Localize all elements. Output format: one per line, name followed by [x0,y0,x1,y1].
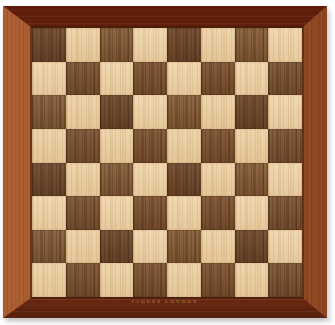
square-f7 [201,62,235,96]
square-h5 [268,129,302,163]
square-b1 [66,263,100,297]
square-h1 [268,263,302,297]
square-h3 [268,196,302,230]
square-c3 [100,196,134,230]
square-d6 [133,95,167,129]
square-c7 [100,62,134,96]
square-a4 [32,163,66,197]
square-b4 [66,163,100,197]
square-d2 [133,230,167,264]
square-h8 [268,28,302,62]
square-e3 [167,196,201,230]
square-a6 [32,95,66,129]
square-h2 [268,230,302,264]
square-a1 [32,263,66,297]
square-e7 [167,62,201,96]
square-a2 [32,230,66,264]
square-g6 [235,95,269,129]
square-f8 [201,28,235,62]
square-a5 [32,129,66,163]
square-d8 [133,28,167,62]
square-f2 [201,230,235,264]
square-b2 [66,230,100,264]
square-a8 [32,28,66,62]
square-a7 [32,62,66,96]
chessboard [32,28,302,297]
chessboard-photo: JAQUES LONDON [0,0,335,325]
square-d7 [133,62,167,96]
square-f5 [201,129,235,163]
square-h7 [268,62,302,96]
square-d5 [133,129,167,163]
square-g1 [235,263,269,297]
square-g3 [235,196,269,230]
square-b5 [66,129,100,163]
square-d1 [133,263,167,297]
square-b6 [66,95,100,129]
square-g4 [235,163,269,197]
square-c6 [100,95,134,129]
square-f4 [201,163,235,197]
square-g8 [235,28,269,62]
square-f1 [201,263,235,297]
square-h4 [268,163,302,197]
square-e6 [167,95,201,129]
square-c5 [100,129,134,163]
square-f3 [201,196,235,230]
square-f6 [201,95,235,129]
square-g5 [235,129,269,163]
square-c2 [100,230,134,264]
square-g2 [235,230,269,264]
square-c1 [100,263,134,297]
square-h6 [268,95,302,129]
chessboard-frame: JAQUES LONDON [3,6,327,318]
square-e8 [167,28,201,62]
square-e2 [167,230,201,264]
square-c8 [100,28,134,62]
square-g7 [235,62,269,96]
square-b8 [66,28,100,62]
square-a3 [32,196,66,230]
square-c4 [100,163,134,197]
square-d3 [133,196,167,230]
square-e4 [167,163,201,197]
square-b7 [66,62,100,96]
square-e1 [167,263,201,297]
square-b3 [66,196,100,230]
square-e5 [167,129,201,163]
square-d4 [133,163,167,197]
